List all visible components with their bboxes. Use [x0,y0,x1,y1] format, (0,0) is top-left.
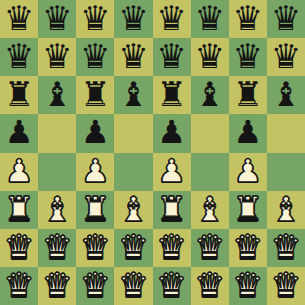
piece-black-pawn: ♟ [5,116,34,148]
piece-white-pawn: ♟ [81,155,110,187]
square-f5[interactable] [191,114,229,152]
square-d5[interactable] [114,114,152,152]
square-b1[interactable]: ♛ [38,267,76,305]
piece-black-rook: ♜ [4,77,34,111]
piece-black-bishop: ♝ [42,77,72,111]
square-h4[interactable] [267,153,305,191]
square-c1[interactable]: ♛ [76,267,114,305]
piece-black-queen: ♛ [42,39,72,73]
piece-black-queen: ♛ [118,39,148,73]
piece-black-queen: ♛ [80,39,110,73]
square-d1[interactable]: ♛ [114,267,152,305]
piece-white-queen: ♛ [194,230,224,264]
square-c7[interactable]: ♛ [76,38,114,76]
piece-white-queen: ♛ [156,268,186,302]
square-b7[interactable]: ♛ [38,38,76,76]
piece-white-queen: ♛ [118,230,148,264]
square-e8[interactable]: ♛ [153,0,191,38]
square-g2[interactable]: ♛ [229,229,267,267]
piece-black-bishop: ♝ [118,77,148,111]
square-e7[interactable]: ♛ [153,38,191,76]
square-f6[interactable]: ♝ [191,76,229,114]
square-c4[interactable]: ♟ [76,153,114,191]
square-g1[interactable]: ♛ [229,267,267,305]
square-e5[interactable]: ♟ [153,114,191,152]
square-a1[interactable]: ♛ [0,267,38,305]
square-h7[interactable]: ♛ [267,38,305,76]
piece-black-queen: ♛ [42,1,72,35]
square-f2[interactable]: ♛ [191,229,229,267]
piece-black-queen: ♛ [156,1,186,35]
piece-black-bishop: ♝ [194,77,224,111]
square-g8[interactable]: ♛ [229,0,267,38]
piece-black-queen: ♛ [271,39,301,73]
piece-black-rook: ♜ [156,77,186,111]
piece-black-pawn: ♟ [233,116,262,148]
piece-black-bishop: ♝ [271,77,301,111]
square-c2[interactable]: ♛ [76,229,114,267]
square-g7[interactable]: ♛ [229,38,267,76]
piece-black-rook: ♜ [233,77,263,111]
piece-white-rook: ♜ [233,192,263,226]
piece-black-queen: ♛ [118,1,148,35]
piece-white-rook: ♜ [156,192,186,226]
square-b3[interactable]: ♝ [38,191,76,229]
piece-white-queen: ♛ [118,268,148,302]
piece-white-bishop: ♝ [271,192,301,226]
piece-white-pawn: ♟ [233,155,262,187]
piece-black-pawn: ♟ [81,116,110,148]
square-h6[interactable]: ♝ [267,76,305,114]
square-h2[interactable]: ♛ [267,229,305,267]
square-g6[interactable]: ♜ [229,76,267,114]
piece-black-queen: ♛ [233,39,263,73]
square-h1[interactable]: ♛ [267,267,305,305]
piece-white-pawn: ♟ [157,155,186,187]
square-a6[interactable]: ♜ [0,76,38,114]
piece-black-queen: ♛ [80,1,110,35]
square-b2[interactable]: ♛ [38,229,76,267]
piece-white-queen: ♛ [42,230,72,264]
square-a5[interactable]: ♟ [0,114,38,152]
piece-black-queen: ♛ [4,1,34,35]
piece-white-queen: ♛ [156,230,186,264]
square-h5[interactable] [267,114,305,152]
square-e4[interactable]: ♟ [153,153,191,191]
square-g4[interactable]: ♟ [229,153,267,191]
square-c5[interactable]: ♟ [76,114,114,152]
square-g3[interactable]: ♜ [229,191,267,229]
square-h8[interactable]: ♛ [267,0,305,38]
square-b5[interactable] [38,114,76,152]
square-d3[interactable]: ♝ [114,191,152,229]
piece-white-queen: ♛ [4,230,34,264]
piece-white-pawn: ♟ [5,155,34,187]
square-g5[interactable]: ♟ [229,114,267,152]
piece-black-rook: ♜ [80,77,110,111]
square-c8[interactable]: ♛ [76,0,114,38]
piece-white-queen: ♛ [80,268,110,302]
piece-white-bishop: ♝ [118,192,148,226]
square-d7[interactable]: ♛ [114,38,152,76]
square-b4[interactable] [38,153,76,191]
piece-white-rook: ♜ [80,192,110,226]
piece-white-bishop: ♝ [42,192,72,226]
square-a4[interactable]: ♟ [0,153,38,191]
piece-white-queen: ♛ [4,268,34,302]
square-f7[interactable]: ♛ [191,38,229,76]
piece-black-queen: ♛ [233,1,263,35]
square-e3[interactable]: ♜ [153,191,191,229]
piece-white-queen: ♛ [271,268,301,302]
square-a7[interactable]: ♛ [0,38,38,76]
piece-black-queen: ♛ [271,1,301,35]
piece-white-bishop: ♝ [194,192,224,226]
square-h3[interactable]: ♝ [267,191,305,229]
piece-white-queen: ♛ [233,268,263,302]
square-d6[interactable]: ♝ [114,76,152,114]
square-c6[interactable]: ♜ [76,76,114,114]
piece-black-queen: ♛ [194,1,224,35]
piece-white-queen: ♛ [194,268,224,302]
square-a8[interactable]: ♛ [0,0,38,38]
square-f8[interactable]: ♛ [191,0,229,38]
square-d4[interactable] [114,153,152,191]
piece-white-queen: ♛ [42,268,72,302]
square-b6[interactable]: ♝ [38,76,76,114]
chess-board: ♛♛♛♛♛♛♛♛♛♛♛♛♛♛♛♛♜♝♜♝♜♝♜♝♟♟♟♟♟♟♟♟♜♝♜♝♜♝♜♝… [0,0,305,305]
piece-white-queen: ♛ [80,230,110,264]
square-f3[interactable]: ♝ [191,191,229,229]
square-f1[interactable]: ♛ [191,267,229,305]
square-d2[interactable]: ♛ [114,229,152,267]
square-a3[interactable]: ♜ [0,191,38,229]
piece-black-queen: ♛ [194,39,224,73]
piece-white-queen: ♛ [271,230,301,264]
square-b8[interactable]: ♛ [38,0,76,38]
piece-black-queen: ♛ [4,39,34,73]
piece-black-queen: ♛ [156,39,186,73]
square-a2[interactable]: ♛ [0,229,38,267]
square-c3[interactable]: ♜ [76,191,114,229]
square-f4[interactable] [191,153,229,191]
square-e6[interactable]: ♜ [153,76,191,114]
square-d8[interactable]: ♛ [114,0,152,38]
square-e1[interactable]: ♛ [153,267,191,305]
square-e2[interactable]: ♛ [153,229,191,267]
piece-black-pawn: ♟ [157,116,186,148]
piece-white-rook: ♜ [4,192,34,226]
piece-white-queen: ♛ [233,230,263,264]
